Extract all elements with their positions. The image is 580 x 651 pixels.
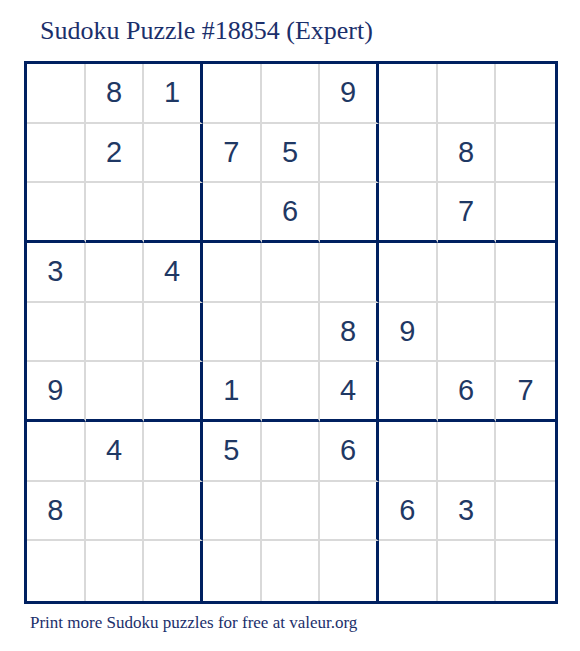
sudoku-cell-r1c8: [438, 64, 497, 124]
sudoku-cell-r9c2: [86, 541, 145, 601]
sudoku-cell-r5c5: [262, 303, 321, 363]
sudoku-cell-r6c5: [262, 362, 321, 422]
sudoku-cell-r7c6: 6: [320, 422, 379, 482]
sudoku-cell-r9c6: [320, 541, 379, 601]
sudoku-cell-r2c2: 2: [86, 124, 145, 184]
sudoku-cell-r4c6: [320, 243, 379, 303]
sudoku-cell-r7c8: [438, 422, 497, 482]
footer-text: Print more Sudoku puzzles for free at va…: [30, 613, 357, 633]
sudoku-cell-r3c4: [203, 183, 262, 243]
sudoku-cell-r6c4: 1: [203, 362, 262, 422]
sudoku-cell-r4c9: [496, 243, 555, 303]
sudoku-cell-r8c4: [203, 482, 262, 542]
sudoku-page: Sudoku Puzzle #18854 (Expert) 8192758673…: [0, 0, 580, 651]
sudoku-cell-r9c4: [203, 541, 262, 601]
sudoku-cell-r5c3: [144, 303, 203, 363]
sudoku-cell-r8c9: [496, 482, 555, 542]
sudoku-cell-r2c8: 8: [438, 124, 497, 184]
sudoku-cell-r8c1: 8: [27, 482, 86, 542]
sudoku-cell-r5c4: [203, 303, 262, 363]
page-title: Sudoku Puzzle #18854 (Expert): [40, 16, 373, 46]
sudoku-cell-r5c6: 8: [320, 303, 379, 363]
sudoku-cell-r5c9: [496, 303, 555, 363]
sudoku-cell-r4c2: [86, 243, 145, 303]
sudoku-cell-r8c8: 3: [438, 482, 497, 542]
sudoku-cell-r1c4: [203, 64, 262, 124]
sudoku-cell-r8c3: [144, 482, 203, 542]
sudoku-cell-r4c1: 3: [27, 243, 86, 303]
sudoku-cell-r2c4: 7: [203, 124, 262, 184]
sudoku-cell-r4c4: [203, 243, 262, 303]
sudoku-cell-r9c1: [27, 541, 86, 601]
sudoku-cell-r7c3: [144, 422, 203, 482]
sudoku-cell-r6c9: 7: [496, 362, 555, 422]
sudoku-cell-r1c5: [262, 64, 321, 124]
sudoku-cell-r6c3: [144, 362, 203, 422]
sudoku-cell-r9c8: [438, 541, 497, 601]
sudoku-cell-r1c3: 1: [144, 64, 203, 124]
sudoku-cell-r3c8: 7: [438, 183, 497, 243]
sudoku-cell-r7c1: [27, 422, 86, 482]
sudoku-cell-r1c7: [379, 64, 438, 124]
sudoku-cell-r3c1: [27, 183, 86, 243]
sudoku-cell-r3c3: [144, 183, 203, 243]
sudoku-cell-r9c5: [262, 541, 321, 601]
sudoku-cell-r2c1: [27, 124, 86, 184]
sudoku-cell-r5c2: [86, 303, 145, 363]
sudoku-cell-r9c9: [496, 541, 555, 601]
sudoku-cell-r8c2: [86, 482, 145, 542]
sudoku-cell-r7c5: [262, 422, 321, 482]
sudoku-cell-r6c2: [86, 362, 145, 422]
sudoku-cell-r4c3: 4: [144, 243, 203, 303]
sudoku-cell-r5c1: [27, 303, 86, 363]
sudoku-cell-r1c9: [496, 64, 555, 124]
sudoku-cell-r1c2: 8: [86, 64, 145, 124]
sudoku-cell-r7c2: 4: [86, 422, 145, 482]
sudoku-cell-r1c1: [27, 64, 86, 124]
sudoku-cell-r6c6: 4: [320, 362, 379, 422]
sudoku-cell-r5c8: [438, 303, 497, 363]
sudoku-cell-r4c8: [438, 243, 497, 303]
sudoku-cell-r9c3: [144, 541, 203, 601]
sudoku-cell-r9c7: [379, 541, 438, 601]
sudoku-cell-r5c7: 9: [379, 303, 438, 363]
sudoku-cell-r2c9: [496, 124, 555, 184]
sudoku-cell-r2c5: 5: [262, 124, 321, 184]
sudoku-cell-r3c9: [496, 183, 555, 243]
sudoku-cell-r3c2: [86, 183, 145, 243]
sudoku-cell-r8c6: [320, 482, 379, 542]
sudoku-cell-r6c8: 6: [438, 362, 497, 422]
sudoku-cell-r6c7: [379, 362, 438, 422]
sudoku-cell-r3c6: [320, 183, 379, 243]
sudoku-board: 819275867348991467456863: [24, 61, 558, 604]
sudoku-cell-r1c6: 9: [320, 64, 379, 124]
sudoku-cell-r2c3: [144, 124, 203, 184]
sudoku-cell-r4c5: [262, 243, 321, 303]
sudoku-cell-r4c7: [379, 243, 438, 303]
sudoku-cell-r8c7: 6: [379, 482, 438, 542]
sudoku-cell-r8c5: [262, 482, 321, 542]
sudoku-cell-r7c7: [379, 422, 438, 482]
sudoku-cell-r7c9: [496, 422, 555, 482]
sudoku-cell-r3c7: [379, 183, 438, 243]
sudoku-cell-r2c6: [320, 124, 379, 184]
sudoku-cell-r2c7: [379, 124, 438, 184]
sudoku-cell-r6c1: 9: [27, 362, 86, 422]
sudoku-cell-r7c4: 5: [203, 422, 262, 482]
sudoku-cell-r3c5: 6: [262, 183, 321, 243]
